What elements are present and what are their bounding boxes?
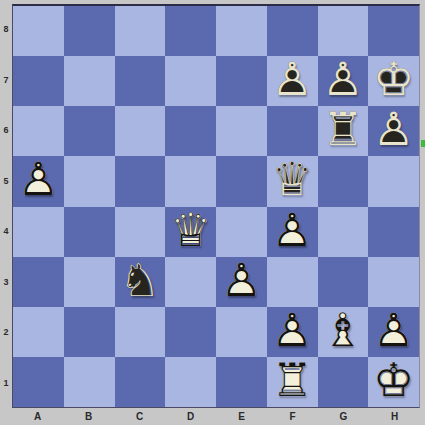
- square-b2[interactable]: [64, 307, 115, 357]
- piece-white-bishop-g2[interactable]: ♝♗: [318, 307, 369, 357]
- file-label-e: E: [216, 409, 267, 424]
- square-d4[interactable]: ♛♕: [165, 207, 216, 257]
- square-c1[interactable]: [115, 357, 166, 407]
- square-f6[interactable]: [267, 106, 318, 156]
- square-e4[interactable]: [216, 207, 267, 257]
- white-king-outline-icon: ♔: [373, 357, 414, 403]
- square-e1[interactable]: [216, 357, 267, 407]
- white-rook-outline-icon: ♖: [272, 357, 313, 403]
- green-edge-marker: [421, 140, 425, 147]
- square-b1[interactable]: [64, 357, 115, 407]
- file-labels: ABCDEFGH: [12, 409, 420, 424]
- square-c4[interactable]: [115, 207, 166, 257]
- file-label-a: A: [12, 409, 63, 424]
- square-h2[interactable]: ♟♙: [368, 307, 419, 357]
- piece-white-pawn-e3[interactable]: ♟♙: [216, 257, 267, 307]
- square-d2[interactable]: [165, 307, 216, 357]
- square-g7[interactable]: ♟♙: [318, 56, 369, 106]
- rank-label-7: 7: [0, 55, 12, 106]
- rank-label-8: 8: [0, 4, 12, 55]
- rank-label-6: 6: [0, 105, 12, 156]
- white-pawn-outline-icon: ♙: [272, 307, 313, 353]
- piece-black-rook-g6[interactable]: ♜♖: [318, 106, 369, 156]
- white-bishop-outline-icon: ♗: [322, 307, 363, 353]
- square-g2[interactable]: ♝♗: [318, 307, 369, 357]
- square-h4[interactable]: [368, 207, 419, 257]
- piece-white-queen-d4[interactable]: ♛♕: [165, 207, 216, 257]
- piece-white-rook-f1[interactable]: ♜♖: [267, 357, 318, 407]
- square-h1[interactable]: ♚♔: [368, 357, 419, 407]
- square-d6[interactable]: [165, 106, 216, 156]
- square-d3[interactable]: [165, 257, 216, 307]
- square-a6[interactable]: [13, 106, 64, 156]
- square-a4[interactable]: [13, 207, 64, 257]
- square-b4[interactable]: [64, 207, 115, 257]
- black-king-outline-icon: ♔: [373, 56, 414, 102]
- square-f7[interactable]: ♟♙: [267, 56, 318, 106]
- square-h8[interactable]: [368, 6, 419, 56]
- square-e2[interactable]: [216, 307, 267, 357]
- square-g4[interactable]: [318, 207, 369, 257]
- rank-label-5: 5: [0, 156, 12, 207]
- square-h6[interactable]: ♟♙: [368, 106, 419, 156]
- square-b8[interactable]: [64, 6, 115, 56]
- square-b5[interactable]: [64, 156, 115, 206]
- square-h5[interactable]: [368, 156, 419, 206]
- piece-black-pawn-h6[interactable]: ♟♙: [368, 106, 419, 156]
- file-label-h: H: [369, 409, 420, 424]
- piece-black-queen-f5[interactable]: ♛♕: [267, 156, 318, 206]
- piece-white-pawn-h2[interactable]: ♟♙: [368, 307, 419, 357]
- piece-black-pawn-g7[interactable]: ♟♙: [318, 56, 369, 106]
- square-f8[interactable]: [267, 6, 318, 56]
- square-d1[interactable]: [165, 357, 216, 407]
- chess-app-background: 87654321 ♟♙♟♙♚♔♜♖♟♙♟♙♛♕♛♕♟♙♞♘♟♙♟♙♝♗♟♙♜♖♚…: [0, 0, 425, 425]
- file-label-d: D: [165, 409, 216, 424]
- piece-white-king-h1[interactable]: ♚♔: [368, 357, 419, 407]
- square-d7[interactable]: [165, 56, 216, 106]
- square-a2[interactable]: [13, 307, 64, 357]
- square-g1[interactable]: [318, 357, 369, 407]
- square-f3[interactable]: [267, 257, 318, 307]
- square-g8[interactable]: [318, 6, 369, 56]
- square-a5[interactable]: ♟♙: [13, 156, 64, 206]
- square-e3[interactable]: ♟♙: [216, 257, 267, 307]
- square-c8[interactable]: [115, 6, 166, 56]
- black-rook-outline-icon: ♖: [322, 106, 363, 152]
- square-c6[interactable]: [115, 106, 166, 156]
- white-pawn-outline-icon: ♙: [221, 257, 262, 303]
- file-label-c: C: [114, 409, 165, 424]
- black-knight-outline-icon: ♘: [119, 257, 160, 303]
- square-a3[interactable]: [13, 257, 64, 307]
- piece-white-pawn-f4[interactable]: ♟♙: [267, 207, 318, 257]
- square-b7[interactable]: [64, 56, 115, 106]
- square-c5[interactable]: [115, 156, 166, 206]
- black-pawn-outline-icon: ♙: [322, 56, 363, 102]
- square-d5[interactable]: [165, 156, 216, 206]
- square-f4[interactable]: ♟♙: [267, 207, 318, 257]
- white-pawn-outline-icon: ♙: [272, 207, 313, 253]
- square-h3[interactable]: [368, 257, 419, 307]
- square-g3[interactable]: [318, 257, 369, 307]
- square-c2[interactable]: [115, 307, 166, 357]
- square-d8[interactable]: [165, 6, 216, 56]
- black-queen-outline-icon: ♕: [272, 157, 313, 203]
- piece-black-king-h7[interactable]: ♚♔: [368, 56, 419, 106]
- square-a8[interactable]: [13, 6, 64, 56]
- square-e7[interactable]: [216, 56, 267, 106]
- rank-label-2: 2: [0, 307, 12, 358]
- piece-black-knight-c3[interactable]: ♞♘: [115, 257, 166, 307]
- square-e5[interactable]: [216, 156, 267, 206]
- square-e8[interactable]: [216, 6, 267, 56]
- file-label-b: B: [63, 409, 114, 424]
- file-label-g: G: [318, 409, 369, 424]
- rank-label-1: 1: [0, 358, 12, 409]
- square-f1[interactable]: ♜♖: [267, 357, 318, 407]
- white-queen-outline-icon: ♕: [170, 207, 211, 253]
- square-b3[interactable]: [64, 257, 115, 307]
- file-label-f: F: [267, 409, 318, 424]
- white-pawn-outline-icon: ♙: [373, 307, 414, 353]
- square-f2[interactable]: ♟♙: [267, 307, 318, 357]
- black-pawn-outline-icon: ♙: [373, 106, 414, 152]
- piece-white-pawn-f2[interactable]: ♟♙: [267, 307, 318, 357]
- square-e6[interactable]: [216, 106, 267, 156]
- square-a7[interactable]: [13, 56, 64, 106]
- square-h7[interactable]: ♚♔: [368, 56, 419, 106]
- square-a1[interactable]: [13, 357, 64, 407]
- piece-black-pawn-f7[interactable]: ♟♙: [267, 56, 318, 106]
- white-pawn-outline-icon: ♙: [18, 157, 59, 203]
- square-c3[interactable]: ♞♘: [115, 257, 166, 307]
- square-g6[interactable]: ♜♖: [318, 106, 369, 156]
- square-g5[interactable]: [318, 156, 369, 206]
- square-b6[interactable]: [64, 106, 115, 156]
- rank-label-4: 4: [0, 206, 12, 257]
- rank-labels: 87654321: [0, 4, 12, 408]
- piece-white-pawn-a5[interactable]: ♟♙: [13, 156, 64, 206]
- chess-board: ♟♙♟♙♚♔♜♖♟♙♟♙♛♕♛♕♟♙♞♘♟♙♟♙♝♗♟♙♜♖♚♔: [12, 4, 420, 408]
- black-pawn-outline-icon: ♙: [272, 56, 313, 102]
- square-c7[interactable]: [115, 56, 166, 106]
- square-f5[interactable]: ♛♕: [267, 156, 318, 206]
- rank-label-3: 3: [0, 257, 12, 308]
